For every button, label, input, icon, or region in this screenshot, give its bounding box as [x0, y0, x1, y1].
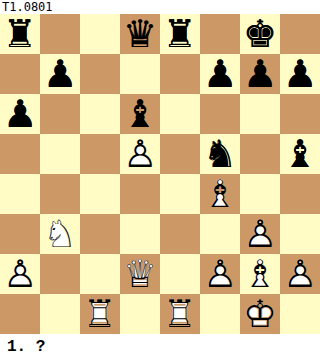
piece-black-pawn-icon: ♟♙ — [280, 54, 320, 94]
piece-black-rook-icon: ♜♖ — [160, 14, 200, 54]
square-c8[interactable] — [80, 14, 120, 54]
piece-white-king-icon: ♚♔ — [240, 294, 280, 334]
square-a6[interactable]: ♟♙ — [0, 94, 40, 134]
piece-white-bishop-icon: ♝♗ — [240, 254, 280, 294]
square-g6[interactable] — [240, 94, 280, 134]
piece-white-pawn-icon: ♟♙ — [240, 214, 280, 254]
piece-black-bishop-icon: ♝♗ — [280, 134, 320, 174]
square-g1[interactable]: ♚♔ — [240, 294, 280, 334]
square-c5[interactable] — [80, 134, 120, 174]
square-h7[interactable]: ♟♙ — [280, 54, 320, 94]
square-e3[interactable] — [160, 214, 200, 254]
square-h2[interactable]: ♟♙ — [280, 254, 320, 294]
square-b4[interactable] — [40, 174, 80, 214]
square-a8[interactable]: ♜♖ — [0, 14, 40, 54]
square-f8[interactable] — [200, 14, 240, 54]
square-d8[interactable]: ♛♕ — [120, 14, 160, 54]
piece-white-knight-icon: ♞♘ — [40, 214, 80, 254]
square-c6[interactable] — [80, 94, 120, 134]
square-a4[interactable] — [0, 174, 40, 214]
square-b7[interactable]: ♟♙ — [40, 54, 80, 94]
square-f2[interactable]: ♟♙ — [200, 254, 240, 294]
square-c7[interactable] — [80, 54, 120, 94]
square-e8[interactable]: ♜♖ — [160, 14, 200, 54]
square-b3[interactable]: ♞♘ — [40, 214, 80, 254]
square-e7[interactable] — [160, 54, 200, 94]
piece-black-king-icon: ♚♔ — [240, 14, 280, 54]
square-f3[interactable] — [200, 214, 240, 254]
square-g7[interactable]: ♟♙ — [240, 54, 280, 94]
square-f5[interactable]: ♞♘ — [200, 134, 240, 174]
square-g5[interactable] — [240, 134, 280, 174]
square-g3[interactable]: ♟♙ — [240, 214, 280, 254]
chess-board: ♜♖♛♕♜♖♚♔♟♙♟♙♟♙♟♙♟♙♝♗♟♙♞♘♝♗♝♗♞♘♟♙♟♙♛♕♟♙♝♗… — [0, 14, 320, 334]
piece-black-pawn-icon: ♟♙ — [0, 94, 40, 134]
square-f7[interactable]: ♟♙ — [200, 54, 240, 94]
piece-white-pawn-icon: ♟♙ — [280, 254, 320, 294]
square-f6[interactable] — [200, 94, 240, 134]
puzzle-title: T1.0801 — [0, 0, 320, 14]
square-g4[interactable] — [240, 174, 280, 214]
square-b2[interactable] — [40, 254, 80, 294]
piece-white-queen-icon: ♛♕ — [120, 254, 160, 294]
square-f4[interactable]: ♝♗ — [200, 174, 240, 214]
square-a1[interactable] — [0, 294, 40, 334]
square-d4[interactable] — [120, 174, 160, 214]
square-c1[interactable]: ♜♖ — [80, 294, 120, 334]
piece-white-bishop-icon: ♝♗ — [200, 174, 240, 214]
square-a5[interactable] — [0, 134, 40, 174]
square-h4[interactable] — [280, 174, 320, 214]
square-d2[interactable]: ♛♕ — [120, 254, 160, 294]
square-d3[interactable] — [120, 214, 160, 254]
square-h8[interactable] — [280, 14, 320, 54]
square-a7[interactable] — [0, 54, 40, 94]
square-b8[interactable] — [40, 14, 80, 54]
square-e6[interactable] — [160, 94, 200, 134]
square-c2[interactable] — [80, 254, 120, 294]
piece-black-bishop-icon: ♝♗ — [120, 94, 160, 134]
move-prompt: 1. ? — [0, 334, 320, 360]
piece-white-pawn-icon: ♟♙ — [0, 254, 40, 294]
square-c3[interactable] — [80, 214, 120, 254]
piece-black-knight-icon: ♞♘ — [200, 134, 240, 174]
square-e4[interactable] — [160, 174, 200, 214]
square-e5[interactable] — [160, 134, 200, 174]
square-d1[interactable] — [120, 294, 160, 334]
piece-black-queen-icon: ♛♕ — [120, 14, 160, 54]
square-a3[interactable] — [0, 214, 40, 254]
square-b6[interactable] — [40, 94, 80, 134]
square-d5[interactable]: ♟♙ — [120, 134, 160, 174]
square-b1[interactable] — [40, 294, 80, 334]
square-c4[interactable] — [80, 174, 120, 214]
piece-black-pawn-icon: ♟♙ — [200, 54, 240, 94]
square-f1[interactable] — [200, 294, 240, 334]
square-a2[interactable]: ♟♙ — [0, 254, 40, 294]
piece-black-pawn-icon: ♟♙ — [240, 54, 280, 94]
piece-black-rook-icon: ♜♖ — [0, 14, 40, 54]
square-e2[interactable] — [160, 254, 200, 294]
square-g8[interactable]: ♚♔ — [240, 14, 280, 54]
square-h1[interactable] — [280, 294, 320, 334]
piece-white-rook-icon: ♜♖ — [80, 294, 120, 334]
square-b5[interactable] — [40, 134, 80, 174]
square-h5[interactable]: ♝♗ — [280, 134, 320, 174]
square-g2[interactable]: ♝♗ — [240, 254, 280, 294]
square-h3[interactable] — [280, 214, 320, 254]
square-h6[interactable] — [280, 94, 320, 134]
square-d7[interactable] — [120, 54, 160, 94]
piece-white-pawn-icon: ♟♙ — [120, 134, 160, 174]
piece-white-pawn-icon: ♟♙ — [200, 254, 240, 294]
square-d6[interactable]: ♝♗ — [120, 94, 160, 134]
piece-white-rook-icon: ♜♖ — [160, 294, 200, 334]
square-e1[interactable]: ♜♖ — [160, 294, 200, 334]
piece-black-pawn-icon: ♟♙ — [40, 54, 80, 94]
